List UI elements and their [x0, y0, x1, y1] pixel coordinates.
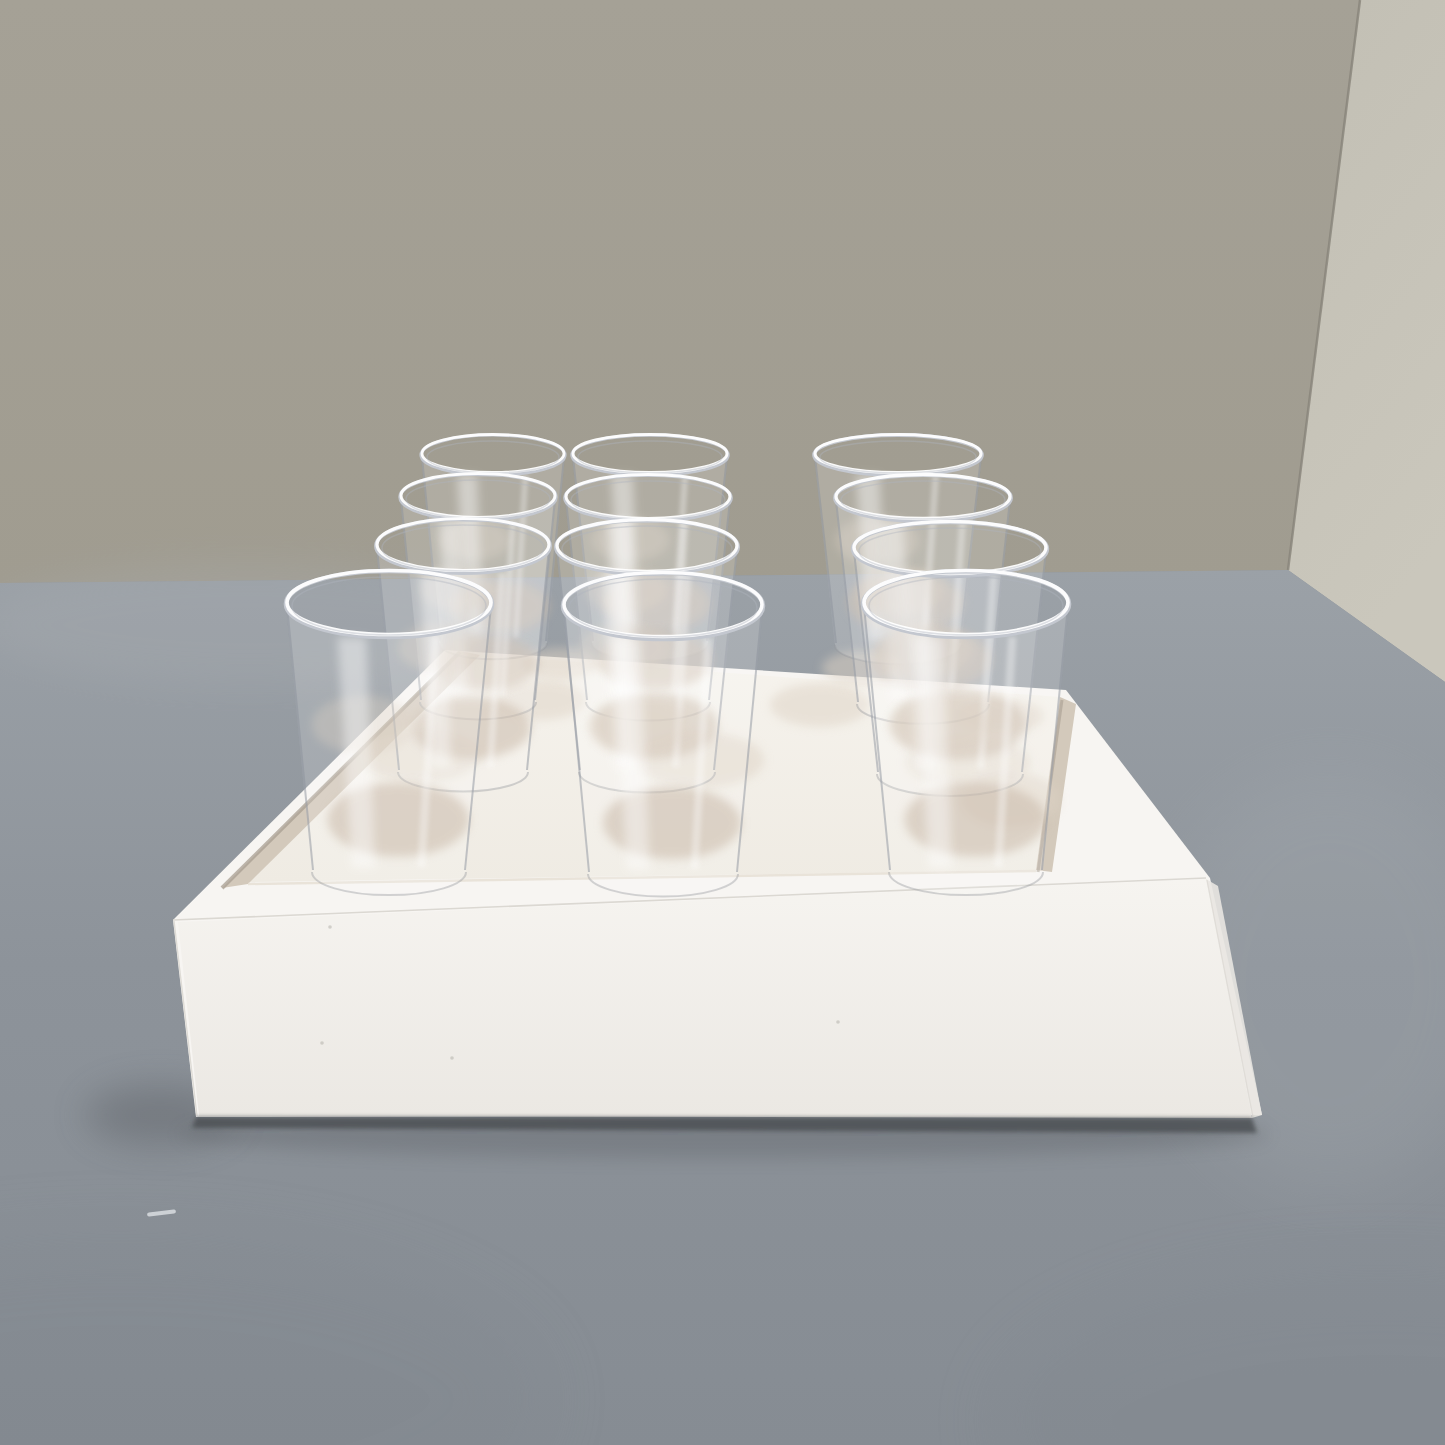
- cups-grid: [286, 435, 1069, 897]
- cardboard-speck: [320, 1041, 324, 1045]
- cardboard-speck: [450, 1056, 454, 1060]
- photo-of-cups-in-tray: [0, 0, 1445, 1445]
- cardboard-speck: [836, 1020, 840, 1024]
- photo-svg: [0, 0, 1445, 1445]
- cardboard-speck: [328, 925, 332, 929]
- platform-shadow-blob: [770, 683, 870, 727]
